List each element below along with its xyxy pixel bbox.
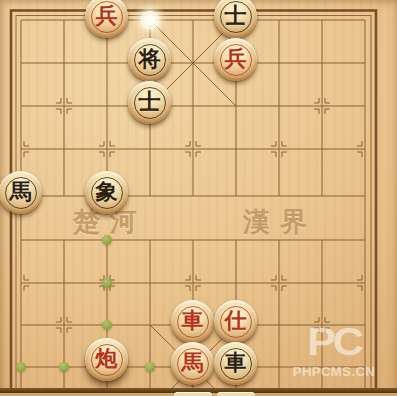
piece-character: 仕	[214, 299, 257, 342]
cropped-piece-top	[217, 392, 255, 396]
piece-red-炮[interactable]: 炮	[85, 338, 128, 381]
piece-character: 炮	[85, 337, 128, 380]
watermark-text: PHPCMS.CN	[285, 364, 383, 379]
piece-black-士[interactable]: 士	[214, 0, 257, 38]
piece-black-将[interactable]: 将	[128, 38, 171, 81]
piece-black-象[interactable]: 象	[85, 171, 128, 214]
piece-character: 象	[85, 170, 128, 213]
piece-black-車[interactable]: 車	[214, 342, 257, 385]
piece-character: 兵	[85, 0, 128, 37]
piece-character: 車	[214, 341, 257, 384]
piece-red-兵[interactable]: 兵	[214, 38, 257, 81]
piece-character: 士	[214, 0, 257, 37]
cropped-piece-top	[174, 392, 212, 396]
piece-character: 車	[171, 299, 214, 342]
watermark-logo-icon: PC	[285, 323, 383, 361]
piece-character: 兵	[214, 37, 257, 80]
piece-red-馬[interactable]: 馬	[171, 342, 214, 385]
piece-character: 馬	[171, 341, 214, 384]
piece-red-兵[interactable]: 兵	[85, 0, 128, 38]
last-move-sparkle-icon	[132, 2, 168, 38]
xiangqi-board: 楚河 漢界 兵士将兵士馬象車仕炮馬車 PC PHPCMS.CN	[0, 0, 397, 396]
piece-character: 将	[128, 37, 171, 80]
piece-character: 士	[128, 80, 171, 123]
piece-black-馬[interactable]: 馬	[0, 171, 42, 214]
piece-character: 馬	[0, 170, 42, 213]
piece-red-仕[interactable]: 仕	[214, 300, 257, 343]
piece-black-士[interactable]: 士	[128, 81, 171, 124]
piece-red-車[interactable]: 車	[171, 300, 214, 343]
watermark: PC PHPCMS.CN	[285, 321, 383, 379]
